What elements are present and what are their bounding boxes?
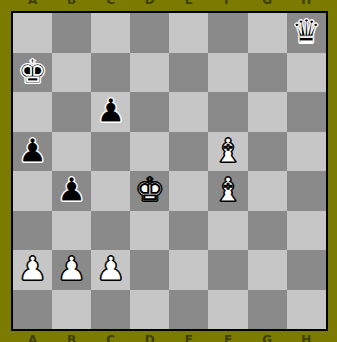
square-g3[interactable] xyxy=(248,211,287,251)
chess-app-window: ABCDEFGH ♛♚♟♟♝♟♚♝♟♟♟ ABCDEFGH xyxy=(0,0,337,342)
square-a3[interactable] xyxy=(13,211,52,251)
square-b6[interactable] xyxy=(52,92,91,132)
square-d8[interactable] xyxy=(130,13,169,53)
file-labels-top: ABCDEFGH xyxy=(13,0,326,6)
square-d7[interactable] xyxy=(130,53,169,93)
piece-white-bishop[interactable]: ♝ xyxy=(213,173,243,206)
chess-board: ♛♚♟♟♝♟♚♝♟♟♟ xyxy=(11,11,328,331)
square-b3[interactable] xyxy=(52,211,91,251)
square-d3[interactable] xyxy=(130,211,169,251)
file-label-bottom-c: C xyxy=(91,334,130,342)
piece-black-pawn[interactable]: ♟ xyxy=(96,94,126,127)
piece-white-king[interactable]: ♚ xyxy=(135,173,165,206)
file-label-top-d: D xyxy=(130,0,169,6)
square-g5[interactable] xyxy=(248,132,287,172)
file-label-top-b: B xyxy=(52,0,91,6)
piece-white-pawn[interactable]: ♟ xyxy=(57,252,87,285)
square-e5[interactable] xyxy=(169,132,208,172)
square-g8[interactable] xyxy=(248,13,287,53)
square-a2[interactable]: ♟ xyxy=(13,250,52,290)
square-b7[interactable] xyxy=(52,53,91,93)
square-c6[interactable]: ♟ xyxy=(91,92,130,132)
file-label-top-h: H xyxy=(287,0,326,6)
file-label-bottom-b: B xyxy=(52,334,91,342)
square-c8[interactable] xyxy=(91,13,130,53)
square-a7[interactable]: ♚ xyxy=(13,53,52,93)
square-b5[interactable] xyxy=(52,132,91,172)
piece-black-king[interactable]: ♚ xyxy=(18,55,48,88)
square-d1[interactable] xyxy=(130,290,169,330)
square-e4[interactable] xyxy=(169,171,208,211)
square-f8[interactable] xyxy=(208,13,247,53)
file-label-top-c: C xyxy=(91,0,130,6)
square-b4[interactable]: ♟ xyxy=(52,171,91,211)
piece-white-pawn[interactable]: ♟ xyxy=(18,252,48,285)
square-a4[interactable] xyxy=(13,171,52,211)
file-label-top-e: E xyxy=(169,0,208,6)
square-c4[interactable] xyxy=(91,171,130,211)
square-g1[interactable] xyxy=(248,290,287,330)
piece-black-queen[interactable]: ♛ xyxy=(291,15,321,48)
file-label-top-g: G xyxy=(248,0,287,6)
square-d5[interactable] xyxy=(130,132,169,172)
square-f1[interactable] xyxy=(208,290,247,330)
square-g6[interactable] xyxy=(248,92,287,132)
square-h3[interactable] xyxy=(287,211,326,251)
square-e3[interactable] xyxy=(169,211,208,251)
square-b2[interactable]: ♟ xyxy=(52,250,91,290)
square-a8[interactable] xyxy=(13,13,52,53)
square-h8[interactable]: ♛ xyxy=(287,13,326,53)
square-a5[interactable]: ♟ xyxy=(13,132,52,172)
piece-white-bishop[interactable]: ♝ xyxy=(213,134,243,167)
square-c1[interactable] xyxy=(91,290,130,330)
file-label-bottom-g: G xyxy=(248,334,287,342)
square-f4[interactable]: ♝ xyxy=(208,171,247,211)
file-label-bottom-h: H xyxy=(287,334,326,342)
square-h4[interactable] xyxy=(287,171,326,211)
square-f7[interactable] xyxy=(208,53,247,93)
square-d6[interactable] xyxy=(130,92,169,132)
file-label-top-a: A xyxy=(13,0,52,6)
square-e2[interactable] xyxy=(169,250,208,290)
square-h1[interactable] xyxy=(287,290,326,330)
square-f3[interactable] xyxy=(208,211,247,251)
square-e7[interactable] xyxy=(169,53,208,93)
square-e8[interactable] xyxy=(169,13,208,53)
file-label-bottom-d: D xyxy=(130,334,169,342)
square-g7[interactable] xyxy=(248,53,287,93)
square-b1[interactable] xyxy=(52,290,91,330)
square-c7[interactable] xyxy=(91,53,130,93)
file-label-bottom-e: E xyxy=(169,334,208,342)
square-g2[interactable] xyxy=(248,250,287,290)
square-c2[interactable]: ♟ xyxy=(91,250,130,290)
square-e1[interactable] xyxy=(169,290,208,330)
square-d4[interactable]: ♚ xyxy=(130,171,169,211)
square-a1[interactable] xyxy=(13,290,52,330)
square-h6[interactable] xyxy=(287,92,326,132)
file-labels-bottom: ABCDEFGH xyxy=(13,334,326,342)
square-g4[interactable] xyxy=(248,171,287,211)
square-f2[interactable] xyxy=(208,250,247,290)
file-label-top-f: F xyxy=(208,0,247,6)
square-h5[interactable] xyxy=(287,132,326,172)
file-label-bottom-f: F xyxy=(208,334,247,342)
piece-black-pawn[interactable]: ♟ xyxy=(57,173,87,206)
square-f6[interactable] xyxy=(208,92,247,132)
square-a6[interactable] xyxy=(13,92,52,132)
file-label-bottom-a: A xyxy=(13,334,52,342)
square-f5[interactable]: ♝ xyxy=(208,132,247,172)
square-e6[interactable] xyxy=(169,92,208,132)
square-c3[interactable] xyxy=(91,211,130,251)
square-h7[interactable] xyxy=(287,53,326,93)
square-c5[interactable] xyxy=(91,132,130,172)
piece-white-pawn[interactable]: ♟ xyxy=(96,252,126,285)
square-h2[interactable] xyxy=(287,250,326,290)
square-b8[interactable] xyxy=(52,13,91,53)
square-d2[interactable] xyxy=(130,250,169,290)
piece-black-pawn[interactable]: ♟ xyxy=(18,134,48,167)
